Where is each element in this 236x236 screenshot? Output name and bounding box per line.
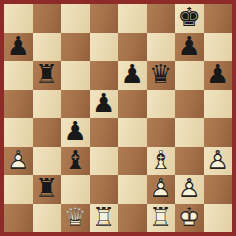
square-h8[interactable] <box>204 4 233 33</box>
square-g3[interactable] <box>175 147 204 176</box>
square-c4[interactable]: ♟ <box>61 118 90 147</box>
white-bishop-icon[interactable]: ♝ <box>147 146 176 175</box>
square-h4[interactable] <box>204 118 233 147</box>
square-a1[interactable] <box>4 204 33 233</box>
square-d6[interactable] <box>90 61 119 90</box>
square-e3[interactable] <box>118 147 147 176</box>
square-c7[interactable] <box>61 33 90 62</box>
black-pawn-icon[interactable]: ♟ <box>118 60 147 89</box>
square-c3[interactable]: ♝ <box>61 147 90 176</box>
square-b5[interactable] <box>33 90 62 119</box>
square-c1[interactable]: ♛♕ <box>61 204 90 233</box>
square-a6[interactable] <box>4 61 33 90</box>
square-g2[interactable]: ♟♙ <box>175 175 204 204</box>
square-c2[interactable] <box>61 175 90 204</box>
black-pawn-icon[interactable]: ♟ <box>90 89 119 118</box>
square-a7[interactable]: ♟ <box>4 33 33 62</box>
square-b7[interactable] <box>33 33 62 62</box>
square-h5[interactable] <box>204 90 233 119</box>
square-d7[interactable] <box>90 33 119 62</box>
square-f1[interactable]: ♜♖ <box>147 204 176 233</box>
black-king-icon[interactable]: ♚ <box>175 3 204 32</box>
white-rook-icon[interactable]: ♜ <box>147 203 176 232</box>
square-d1[interactable]: ♜♖ <box>90 204 119 233</box>
white-rook-outline-icon: ♖ <box>90 203 119 232</box>
square-d2[interactable] <box>90 175 119 204</box>
white-rook-outline-icon: ♖ <box>147 203 176 232</box>
square-f2[interactable]: ♟♙ <box>147 175 176 204</box>
white-pawn-outline-icon: ♙ <box>204 146 233 175</box>
square-e5[interactable] <box>118 90 147 119</box>
square-d5[interactable]: ♟ <box>90 90 119 119</box>
square-b8[interactable] <box>33 4 62 33</box>
square-c5[interactable] <box>61 90 90 119</box>
square-f6[interactable]: ♛ <box>147 61 176 90</box>
square-e4[interactable] <box>118 118 147 147</box>
white-rook-icon[interactable]: ♜ <box>90 203 119 232</box>
square-d4[interactable] <box>90 118 119 147</box>
square-d3[interactable] <box>90 147 119 176</box>
square-b4[interactable] <box>33 118 62 147</box>
black-pawn-icon[interactable]: ♟ <box>175 32 204 61</box>
square-g4[interactable] <box>175 118 204 147</box>
white-bishop-outline-icon: ♗ <box>147 146 176 175</box>
square-f8[interactable] <box>147 4 176 33</box>
white-king-icon[interactable]: ♚ <box>175 203 204 232</box>
square-h7[interactable] <box>204 33 233 62</box>
chess-board: ♚♟♟♜♟♛♟♟♟♟♙♝♝♗♟♙♜♟♙♟♙♛♕♜♖♜♖♚♔ <box>4 4 232 232</box>
square-b1[interactable] <box>33 204 62 233</box>
black-pawn-icon[interactable]: ♟ <box>61 117 90 146</box>
square-c8[interactable] <box>61 4 90 33</box>
square-g1[interactable]: ♚♔ <box>175 204 204 233</box>
board-frame: ♚♟♟♜♟♛♟♟♟♟♙♝♝♗♟♙♜♟♙♟♙♛♕♜♖♜♖♚♔ <box>0 0 236 236</box>
white-pawn-icon[interactable]: ♟ <box>4 146 33 175</box>
square-a4[interactable] <box>4 118 33 147</box>
square-e1[interactable] <box>118 204 147 233</box>
square-h3[interactable]: ♟♙ <box>204 147 233 176</box>
square-b2[interactable]: ♜ <box>33 175 62 204</box>
black-bishop-icon[interactable]: ♝ <box>61 146 90 175</box>
black-queen-icon[interactable]: ♛ <box>147 60 176 89</box>
square-h6[interactable]: ♟ <box>204 61 233 90</box>
square-a2[interactable] <box>4 175 33 204</box>
square-g7[interactable]: ♟ <box>175 33 204 62</box>
square-a3[interactable]: ♟♙ <box>4 147 33 176</box>
white-pawn-icon[interactable]: ♟ <box>147 174 176 203</box>
white-pawn-icon[interactable]: ♟ <box>175 174 204 203</box>
square-b3[interactable] <box>33 147 62 176</box>
black-rook-icon[interactable]: ♜ <box>33 174 62 203</box>
black-rook-icon[interactable]: ♜ <box>33 60 62 89</box>
square-f5[interactable] <box>147 90 176 119</box>
square-d8[interactable] <box>90 4 119 33</box>
square-e2[interactable] <box>118 175 147 204</box>
white-pawn-outline-icon: ♙ <box>175 174 204 203</box>
square-g6[interactable] <box>175 61 204 90</box>
white-queen-icon[interactable]: ♛ <box>61 203 90 232</box>
square-a5[interactable] <box>4 90 33 119</box>
square-g8[interactable]: ♚ <box>175 4 204 33</box>
square-e8[interactable] <box>118 4 147 33</box>
white-king-outline-icon: ♔ <box>175 203 204 232</box>
square-g5[interactable] <box>175 90 204 119</box>
black-pawn-icon[interactable]: ♟ <box>4 32 33 61</box>
white-pawn-outline-icon: ♙ <box>147 174 176 203</box>
square-e7[interactable] <box>118 33 147 62</box>
square-h1[interactable] <box>204 204 233 233</box>
white-pawn-icon[interactable]: ♟ <box>204 146 233 175</box>
square-f7[interactable] <box>147 33 176 62</box>
square-h2[interactable] <box>204 175 233 204</box>
square-f4[interactable] <box>147 118 176 147</box>
square-b6[interactable]: ♜ <box>33 61 62 90</box>
white-pawn-outline-icon: ♙ <box>4 146 33 175</box>
black-pawn-icon[interactable]: ♟ <box>204 60 233 89</box>
square-f3[interactable]: ♝♗ <box>147 147 176 176</box>
square-c6[interactable] <box>61 61 90 90</box>
white-queen-outline-icon: ♕ <box>61 203 90 232</box>
square-a8[interactable] <box>4 4 33 33</box>
square-e6[interactable]: ♟ <box>118 61 147 90</box>
